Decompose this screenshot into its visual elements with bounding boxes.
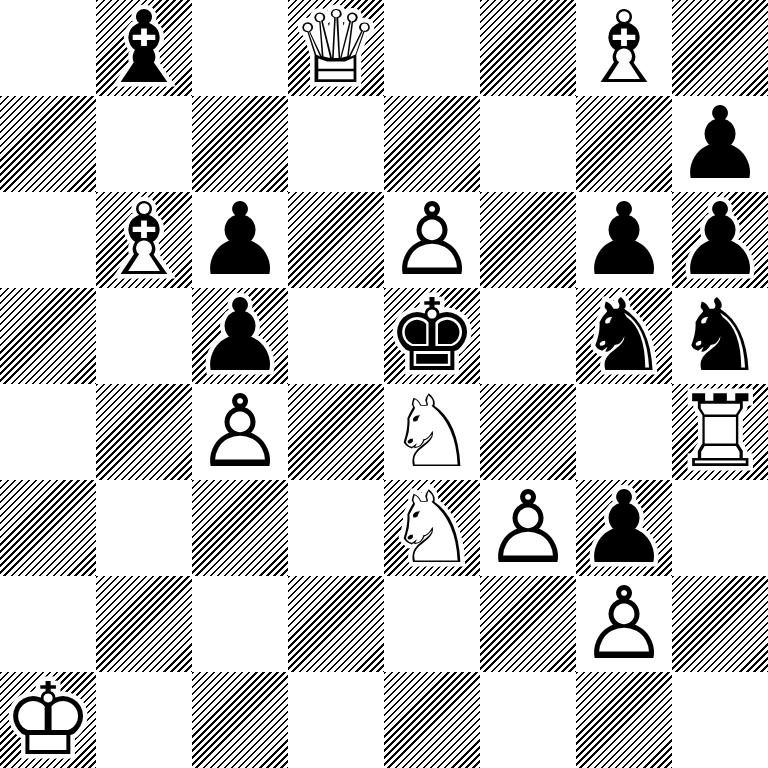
piece-black-pawn[interactable]: ♟♟ bbox=[672, 192, 768, 288]
square-b5[interactable] bbox=[96, 288, 192, 384]
square-g4[interactable] bbox=[576, 384, 672, 480]
piece-white-knight[interactable]: ♞♘ bbox=[384, 480, 480, 576]
square-d7[interactable] bbox=[288, 96, 384, 192]
square-a1[interactable]: ♚♔ bbox=[0, 672, 96, 768]
black-knight-icon: ♞ bbox=[579, 288, 669, 384]
square-e6[interactable]: ♟♙ bbox=[384, 192, 480, 288]
piece-white-king[interactable]: ♚♔ bbox=[0, 672, 96, 768]
piece-black-pawn[interactable]: ♟♟ bbox=[576, 480, 672, 576]
black-knight-icon: ♞ bbox=[675, 288, 765, 384]
piece-black-bishop[interactable]: ♝♝ bbox=[96, 0, 192, 96]
square-a8[interactable] bbox=[0, 0, 96, 96]
black-pawn-icon: ♟ bbox=[675, 192, 765, 288]
piece-white-pawn[interactable]: ♟♙ bbox=[384, 192, 480, 288]
square-h5[interactable]: ♞♞ bbox=[672, 288, 768, 384]
white-pawn-icon: ♙ bbox=[579, 576, 669, 672]
black-pawn-icon: ♟ bbox=[195, 288, 285, 384]
square-a2[interactable] bbox=[0, 576, 96, 672]
white-bishop-icon: ♗ bbox=[99, 192, 189, 288]
square-a7[interactable] bbox=[0, 96, 96, 192]
square-a4[interactable] bbox=[0, 384, 96, 480]
black-king-icon: ♚ bbox=[387, 288, 477, 384]
black-pawn-icon: ♟ bbox=[675, 96, 765, 192]
square-g7[interactable] bbox=[576, 96, 672, 192]
square-c4[interactable]: ♟♙ bbox=[192, 384, 288, 480]
square-f3[interactable]: ♟♙ bbox=[480, 480, 576, 576]
piece-black-pawn[interactable]: ♟♟ bbox=[576, 192, 672, 288]
square-e2[interactable] bbox=[384, 576, 480, 672]
square-f6[interactable] bbox=[480, 192, 576, 288]
white-rook-icon: ♖ bbox=[675, 384, 765, 480]
square-d4[interactable] bbox=[288, 384, 384, 480]
white-knight-icon: ♘ bbox=[387, 480, 477, 576]
square-d5[interactable] bbox=[288, 288, 384, 384]
chess-diagram: ♝♝♛♕♝♗♟♟♝♗♟♟♟♙♟♟♟♟♟♟♚♚♞♞♞♞♟♙♞♘♜♖♞♘♟♙♟♟♟♙… bbox=[0, 0, 768, 768]
square-g8[interactable]: ♝♗ bbox=[576, 0, 672, 96]
piece-white-queen[interactable]: ♛♕ bbox=[288, 0, 384, 96]
piece-black-king[interactable]: ♚♚ bbox=[384, 288, 480, 384]
square-h2[interactable] bbox=[672, 576, 768, 672]
square-h1[interactable] bbox=[672, 672, 768, 768]
square-h8[interactable] bbox=[672, 0, 768, 96]
square-d8[interactable]: ♛♕ bbox=[288, 0, 384, 96]
square-b3[interactable] bbox=[96, 480, 192, 576]
piece-black-pawn[interactable]: ♟♟ bbox=[192, 288, 288, 384]
square-g1[interactable] bbox=[576, 672, 672, 768]
white-queen-icon: ♕ bbox=[291, 0, 381, 96]
piece-white-pawn[interactable]: ♟♙ bbox=[192, 384, 288, 480]
square-f2[interactable] bbox=[480, 576, 576, 672]
piece-white-knight[interactable]: ♞♘ bbox=[384, 384, 480, 480]
square-b4[interactable] bbox=[96, 384, 192, 480]
piece-black-knight[interactable]: ♞♞ bbox=[576, 288, 672, 384]
square-b7[interactable] bbox=[96, 96, 192, 192]
square-d3[interactable] bbox=[288, 480, 384, 576]
white-knight-icon: ♘ bbox=[387, 384, 477, 480]
square-b1[interactable] bbox=[96, 672, 192, 768]
piece-white-bishop[interactable]: ♝♗ bbox=[576, 0, 672, 96]
square-h3[interactable] bbox=[672, 480, 768, 576]
square-e7[interactable] bbox=[384, 96, 480, 192]
square-a6[interactable] bbox=[0, 192, 96, 288]
square-c1[interactable] bbox=[192, 672, 288, 768]
square-c7[interactable] bbox=[192, 96, 288, 192]
square-a3[interactable] bbox=[0, 480, 96, 576]
piece-white-pawn[interactable]: ♟♙ bbox=[576, 576, 672, 672]
square-e1[interactable] bbox=[384, 672, 480, 768]
piece-black-pawn[interactable]: ♟♟ bbox=[192, 192, 288, 288]
square-c2[interactable] bbox=[192, 576, 288, 672]
square-d1[interactable] bbox=[288, 672, 384, 768]
square-f1[interactable] bbox=[480, 672, 576, 768]
square-g2[interactable]: ♟♙ bbox=[576, 576, 672, 672]
chess-board: ♝♝♛♕♝♗♟♟♝♗♟♟♟♙♟♟♟♟♟♟♚♚♞♞♞♞♟♙♞♘♜♖♞♘♟♙♟♟♟♙… bbox=[0, 0, 768, 768]
square-a5[interactable] bbox=[0, 288, 96, 384]
square-f4[interactable] bbox=[480, 384, 576, 480]
square-f8[interactable] bbox=[480, 0, 576, 96]
square-g3[interactable]: ♟♟ bbox=[576, 480, 672, 576]
square-e4[interactable]: ♞♘ bbox=[384, 384, 480, 480]
square-h6[interactable]: ♟♟ bbox=[672, 192, 768, 288]
square-c8[interactable] bbox=[192, 0, 288, 96]
square-d2[interactable] bbox=[288, 576, 384, 672]
black-pawn-icon: ♟ bbox=[195, 192, 285, 288]
piece-white-bishop[interactable]: ♝♗ bbox=[96, 192, 192, 288]
square-e8[interactable] bbox=[384, 0, 480, 96]
square-h7[interactable]: ♟♟ bbox=[672, 96, 768, 192]
white-bishop-icon: ♗ bbox=[579, 0, 669, 96]
white-pawn-icon: ♙ bbox=[483, 480, 573, 576]
square-b8[interactable]: ♝♝ bbox=[96, 0, 192, 96]
white-king-icon: ♔ bbox=[3, 672, 93, 768]
piece-black-knight[interactable]: ♞♞ bbox=[672, 288, 768, 384]
piece-white-pawn[interactable]: ♟♙ bbox=[480, 480, 576, 576]
piece-black-pawn[interactable]: ♟♟ bbox=[672, 96, 768, 192]
square-c6[interactable]: ♟♟ bbox=[192, 192, 288, 288]
square-e5[interactable]: ♚♚ bbox=[384, 288, 480, 384]
square-b2[interactable] bbox=[96, 576, 192, 672]
black-pawn-icon: ♟ bbox=[579, 480, 669, 576]
square-c3[interactable] bbox=[192, 480, 288, 576]
square-g5[interactable]: ♞♞ bbox=[576, 288, 672, 384]
square-h4[interactable]: ♜♖ bbox=[672, 384, 768, 480]
square-c5[interactable]: ♟♟ bbox=[192, 288, 288, 384]
black-bishop-icon: ♝ bbox=[99, 0, 189, 96]
white-pawn-icon: ♙ bbox=[387, 192, 477, 288]
piece-white-rook[interactable]: ♜♖ bbox=[672, 384, 768, 480]
square-e3[interactable]: ♞♘ bbox=[384, 480, 480, 576]
white-pawn-icon: ♙ bbox=[195, 384, 285, 480]
square-g6[interactable]: ♟♟ bbox=[576, 192, 672, 288]
square-d6[interactable] bbox=[288, 192, 384, 288]
square-f7[interactable] bbox=[480, 96, 576, 192]
square-b6[interactable]: ♝♗ bbox=[96, 192, 192, 288]
black-pawn-icon: ♟ bbox=[579, 192, 669, 288]
square-f5[interactable] bbox=[480, 288, 576, 384]
